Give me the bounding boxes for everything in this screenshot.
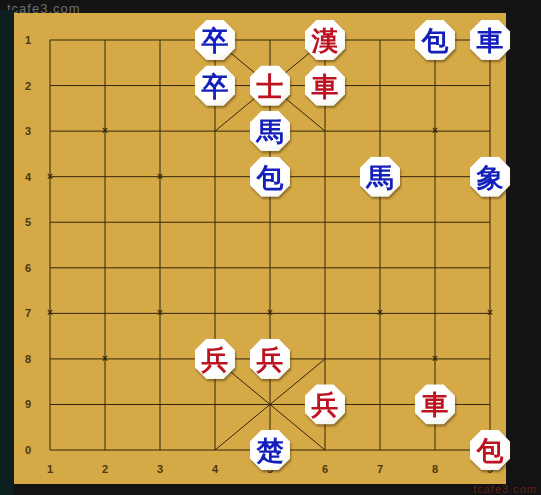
row-label-4: 4: [25, 171, 31, 183]
piece-glyph: 兵: [202, 345, 229, 372]
piece-han-advisor[interactable]: 士: [250, 65, 291, 106]
piece-cho-soldier[interactable]: 卒: [195, 20, 236, 61]
start-point-marker: ×: [267, 308, 273, 318]
piece-glyph: 包: [422, 27, 449, 54]
piece-tile: 卒: [195, 20, 236, 61]
piece-han-king[interactable]: 漢: [305, 20, 346, 61]
start-point-marker: ×: [157, 308, 163, 318]
row-label-8: 8: [25, 353, 31, 365]
piece-glyph: 馬: [257, 118, 284, 145]
janggi-app-window: tcafe3.com 1234567890123456789 ×××××××××…: [0, 0, 541, 495]
piece-tile: 漢: [305, 20, 346, 61]
piece-glyph: 士: [257, 72, 284, 99]
row-label-1: 1: [25, 34, 31, 46]
piece-glyph: 兵: [312, 391, 339, 418]
piece-tile: 楚: [250, 430, 291, 471]
start-point-marker: ×: [432, 126, 438, 136]
col-label-4: 4: [212, 463, 218, 475]
piece-tile: 車: [470, 20, 511, 61]
piece-glyph: 包: [257, 163, 284, 190]
piece-cho-chariot[interactable]: 車: [470, 20, 511, 61]
piece-glyph: 漢: [312, 27, 339, 54]
piece-cho-cannon[interactable]: 包: [415, 20, 456, 61]
piece-tile: 車: [305, 65, 346, 106]
piece-tile: 馬: [360, 156, 401, 197]
piece-tile: 包: [415, 20, 456, 61]
piece-cho-elephant[interactable]: 象: [470, 156, 511, 197]
janggi-board[interactable]: 1234567890123456789 ××××××××××× 卒漢包車卒士車馬…: [14, 13, 506, 484]
piece-cho-horse[interactable]: 馬: [250, 111, 291, 152]
row-label-2: 2: [25, 80, 31, 92]
col-label-7: 7: [377, 463, 383, 475]
piece-glyph: 車: [422, 391, 449, 418]
piece-tile: 兵: [195, 338, 236, 379]
start-point-marker: ×: [47, 171, 53, 181]
piece-cho-soldier[interactable]: 卒: [195, 65, 236, 106]
col-label-3: 3: [157, 463, 163, 475]
start-point-marker: ×: [102, 354, 108, 364]
piece-han-soldier[interactable]: 兵: [195, 338, 236, 379]
piece-tile: 士: [250, 65, 291, 106]
start-point-marker: ×: [432, 354, 438, 364]
piece-glyph: 馬: [367, 163, 394, 190]
piece-glyph: 兵: [257, 345, 284, 372]
start-point-marker: ×: [487, 308, 493, 318]
watermark-bottom: tcafe3.com: [473, 483, 537, 495]
piece-glyph: 楚: [257, 437, 284, 464]
start-point-marker: ×: [102, 126, 108, 136]
row-label-9: 9: [25, 398, 31, 410]
piece-tile: 卒: [195, 65, 236, 106]
piece-han-soldier[interactable]: 兵: [250, 338, 291, 379]
piece-glyph: 車: [477, 27, 504, 54]
piece-tile: 兵: [305, 384, 346, 425]
piece-tile: 兵: [250, 338, 291, 379]
row-label-0: 0: [25, 444, 31, 456]
piece-tile: 包: [470, 430, 511, 471]
piece-glyph: 包: [477, 437, 504, 464]
piece-han-chariot[interactable]: 車: [415, 384, 456, 425]
col-label-1: 1: [47, 463, 53, 475]
piece-cho-king[interactable]: 楚: [250, 430, 291, 471]
start-point-marker: ×: [47, 308, 53, 318]
piece-han-cannon[interactable]: 包: [470, 430, 511, 471]
col-label-8: 8: [432, 463, 438, 475]
piece-cho-horse[interactable]: 馬: [360, 156, 401, 197]
row-label-6: 6: [25, 262, 31, 274]
piece-glyph: 車: [312, 72, 339, 99]
piece-tile: 馬: [250, 111, 291, 152]
piece-han-soldier[interactable]: 兵: [305, 384, 346, 425]
row-label-3: 3: [25, 125, 31, 137]
left-border-strip: [0, 10, 14, 495]
row-label-7: 7: [25, 307, 31, 319]
piece-cho-cannon[interactable]: 包: [250, 156, 291, 197]
piece-han-chariot[interactable]: 車: [305, 65, 346, 106]
piece-glyph: 象: [477, 163, 504, 190]
col-label-6: 6: [322, 463, 328, 475]
row-label-5: 5: [25, 216, 31, 228]
start-point-marker: ×: [157, 171, 163, 181]
col-label-2: 2: [102, 463, 108, 475]
piece-tile: 象: [470, 156, 511, 197]
piece-tile: 車: [415, 384, 456, 425]
start-point-marker: ×: [377, 308, 383, 318]
piece-tile: 包: [250, 156, 291, 197]
piece-glyph: 卒: [202, 72, 229, 99]
piece-glyph: 卒: [202, 27, 229, 54]
